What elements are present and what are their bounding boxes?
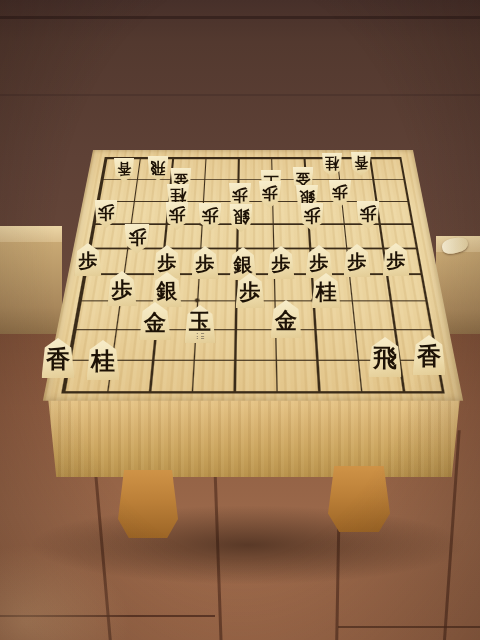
- piece-kanji: 歩: [196, 254, 215, 273]
- piece-kanji: 歩: [79, 251, 98, 270]
- shogi-photo-scene: 香飛桂香金王金桂歩歩銀歩歩歩歩銀歩歩歩歩歩歩銀歩歩歩歩歩銀歩桂金玉金香桂飛香: [0, 0, 480, 640]
- piece-kanji: 歩: [232, 187, 248, 203]
- board-side-face: [48, 397, 460, 477]
- piece-kanji: 玉: [189, 310, 211, 332]
- piece-kanji: 銀: [157, 280, 178, 301]
- piece-kanji: 銀: [299, 189, 315, 205]
- piece-kanji: 桂: [91, 349, 115, 373]
- king-maker-signature: [196, 333, 204, 341]
- piece-kanji: 飛: [373, 346, 397, 370]
- floor-plank-joint: [338, 626, 480, 628]
- piece-stand-front: [0, 242, 62, 334]
- piece-kanji: 歩: [98, 204, 115, 221]
- board-leg: [328, 466, 390, 532]
- piece-kanji: 香: [354, 156, 368, 170]
- piece-stand-left[interactable]: [0, 226, 62, 334]
- piece-kanji: 歩: [310, 253, 329, 272]
- wall-plank-seam: [0, 16, 480, 19]
- star-point: [195, 298, 200, 302]
- wall-plank-seam: [0, 94, 480, 96]
- piece-kanji: 銀: [233, 208, 250, 225]
- piece-kanji: 歩: [169, 206, 186, 223]
- piece-kanji: 桂: [325, 157, 339, 171]
- piece-kanji: 金: [275, 309, 297, 331]
- piece-kanji: 桂: [316, 281, 337, 302]
- piece-kanji: 歩: [304, 207, 321, 224]
- piece-kanji: 歩: [240, 281, 261, 302]
- piece-kanji: 歩: [202, 207, 219, 224]
- piece-kanji: 歩: [158, 253, 177, 272]
- piece-kanji: 歩: [332, 184, 348, 200]
- board-leg: [118, 470, 178, 538]
- piece-kanji: 金: [144, 311, 166, 333]
- piece-kanji: 歩: [272, 254, 291, 273]
- piece-kanji: 銀: [234, 255, 253, 274]
- piece-kanji: 香: [417, 344, 441, 368]
- piece-stand-top: [0, 226, 62, 242]
- piece-kanji: 歩: [262, 185, 278, 201]
- piece-kanji: 歩: [128, 228, 146, 246]
- piece-kanji: 香: [117, 162, 131, 176]
- piece-kanji: 歩: [348, 252, 367, 271]
- piece-kanji: 桂: [170, 188, 186, 204]
- piece-kanji: 香: [46, 347, 70, 371]
- piece-kanji: 飛: [151, 160, 166, 175]
- piece-kanji: 歩: [112, 279, 133, 300]
- piece-kanji: 歩: [360, 205, 377, 222]
- board-cast-shadow: [28, 505, 468, 585]
- piece-kanji: 歩: [387, 251, 406, 270]
- piece-kanji: 金: [296, 171, 311, 186]
